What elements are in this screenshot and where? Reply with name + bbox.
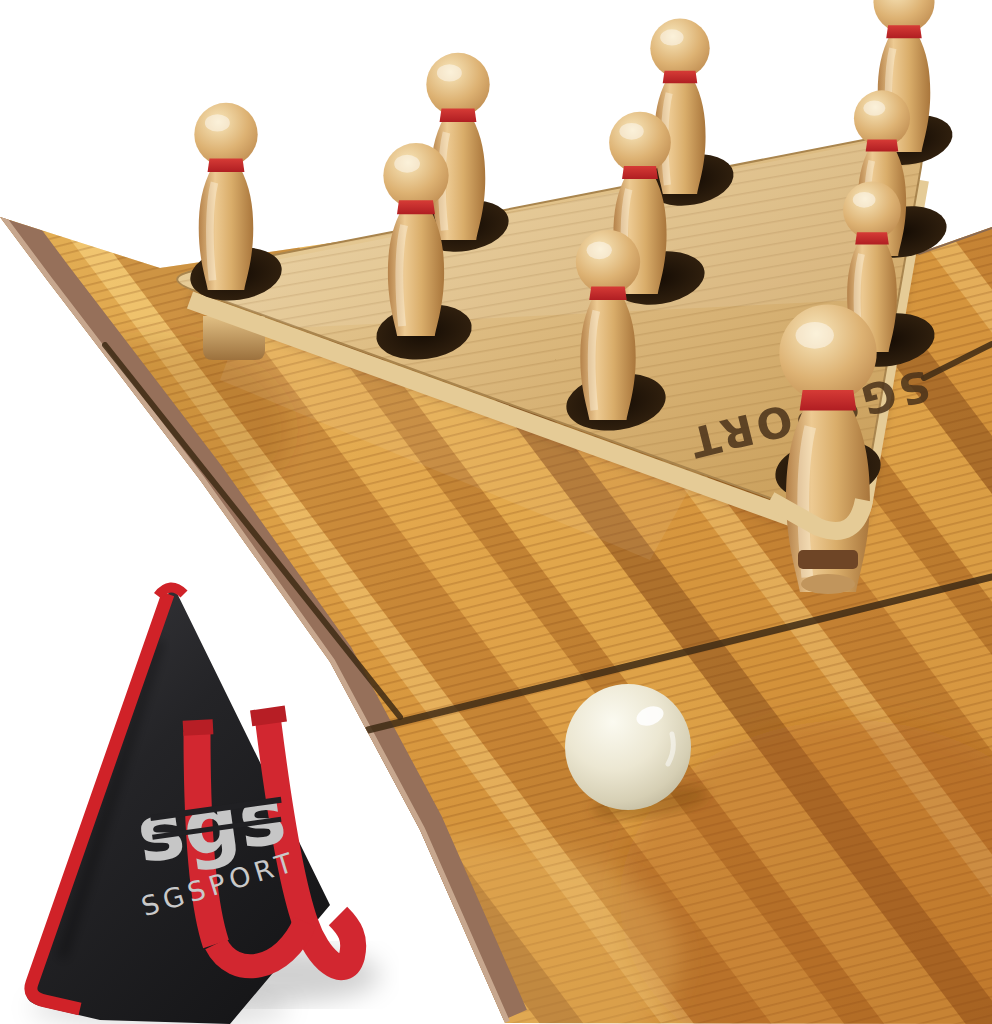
pin-base-ring	[798, 550, 858, 569]
bowling-pin-5[interactable]	[383, 143, 448, 336]
bowling-pin-10[interactable]	[779, 304, 876, 594]
bowling-pin-1[interactable]	[194, 103, 257, 290]
bowling-pin-2[interactable]	[426, 53, 489, 240]
pin-base-cap	[801, 574, 855, 594]
bowling-pin-8[interactable]	[576, 230, 640, 420]
scene: SGSPORT	[0, 0, 992, 1024]
bowling-pin-3[interactable]	[650, 19, 709, 195]
product-photo: SGSPORT	[0, 0, 992, 1024]
